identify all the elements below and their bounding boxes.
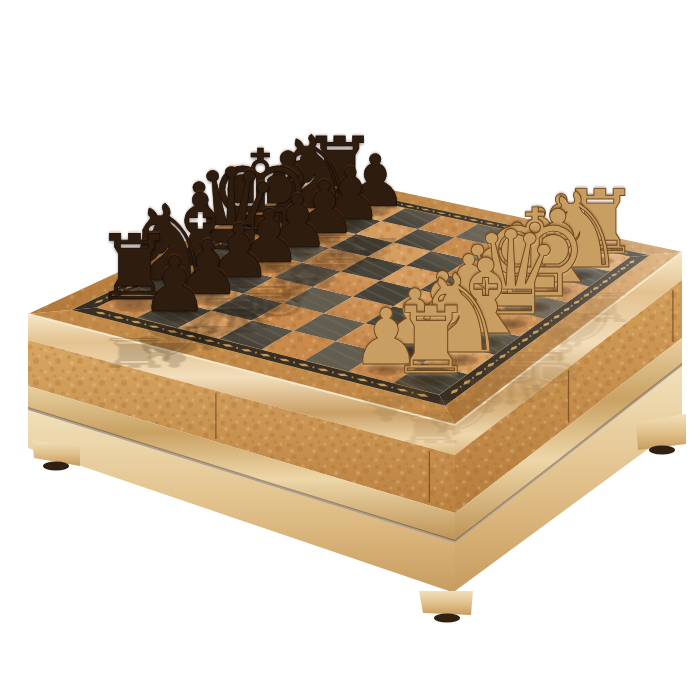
piece-white-rook-a1[interactable]: ♜ [389,295,472,388]
chess-box [0,0,700,700]
bracket-foot-1 [419,591,473,615]
piece-black-pawn-a7[interactable]: ♟ [140,246,208,322]
foot-pad-1 [434,614,460,623]
foot-pad-2 [649,446,675,455]
chess-set-photo: ♜♜♞♞♝♝♛♛♚♚♝♝♞♞♜♜♟♟♟♟♟♟♟♟♟♟♟♟♟♟♟♟♟♟♟♟♟♟♟♟… [0,0,700,700]
foot-pad-0 [43,462,69,471]
